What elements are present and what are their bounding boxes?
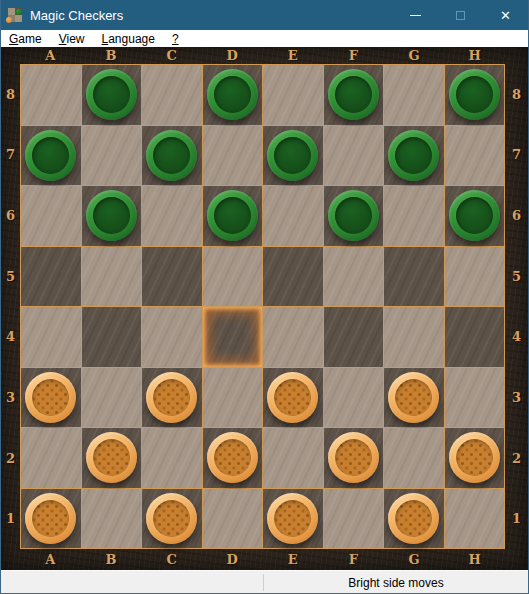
square-a3[interactable] [21,368,81,428]
square-g2[interactable] [384,428,444,488]
file-label-d: D [202,549,263,570]
square-c8[interactable] [142,65,202,125]
checker-dark-b8[interactable] [86,69,137,120]
checker-bright-g3[interactable] [388,372,439,423]
checker-dark-a7[interactable] [25,130,76,181]
file-label-g: G [384,47,445,64]
square-a4[interactable] [21,307,81,367]
square-b4[interactable] [82,307,142,367]
checker-dark-e7[interactable] [267,130,318,181]
menu-help[interactable]: ? [172,32,179,46]
square-d5[interactable] [203,247,263,307]
square-f7[interactable] [324,126,384,186]
rank-label-7: 7 [1,125,20,186]
checker-bright-d2[interactable] [207,432,258,483]
checker-dark-h8[interactable] [449,69,500,120]
checker-bright-c1[interactable] [146,493,197,544]
square-g7[interactable] [384,126,444,186]
file-label-b: B [81,47,142,64]
menu-game[interactable]: Game [9,32,42,46]
checker-dark-f6[interactable] [328,190,379,241]
icon-orange-checker [6,17,12,23]
board-frame: ABCDEFGH ABCDEFGH 87654321 87654321 [1,47,528,570]
file-label-c: C [141,549,202,570]
rank-label-1: 1 [1,488,20,549]
square-b5[interactable] [82,247,142,307]
status-left-pane [1,571,263,594]
app-window: Magic Checkers ✕ GameViewLanguage? ABCDE… [0,0,529,594]
square-h6[interactable] [445,186,505,246]
square-a8[interactable] [21,65,81,125]
checker-bright-c3[interactable] [146,372,197,423]
file-label-a: A [20,549,81,570]
square-h1[interactable] [445,489,505,549]
checker-bright-g1[interactable] [388,493,439,544]
square-h2[interactable] [445,428,505,488]
rank-label-8: 8 [1,64,20,125]
file-label-h: H [444,47,505,64]
square-g5[interactable] [384,247,444,307]
rank-label-4: 4 [1,307,20,368]
square-a2[interactable] [21,428,81,488]
square-a5[interactable] [21,247,81,307]
rank-label-2: 2 [1,428,20,489]
rank-label-3: 3 [1,367,20,428]
checker-dark-f8[interactable] [328,69,379,120]
square-e3[interactable] [263,368,323,428]
square-c6[interactable] [142,186,202,246]
square-c2[interactable] [142,428,202,488]
square-e7[interactable] [263,126,323,186]
square-a6[interactable] [21,186,81,246]
square-d2[interactable] [203,428,263,488]
square-g6[interactable] [384,186,444,246]
square-b6[interactable] [82,186,142,246]
checker-dark-d6[interactable] [207,190,258,241]
square-d7[interactable] [203,126,263,186]
status-bar: Bright side moves [1,570,528,594]
square-b3[interactable] [82,368,142,428]
square-f4[interactable] [324,307,384,367]
square-e1[interactable] [263,489,323,549]
square-g4[interactable] [384,307,444,367]
maximize-button[interactable] [438,0,483,30]
square-a1[interactable] [21,489,81,549]
square-b2[interactable] [82,428,142,488]
checker-dark-g7[interactable] [388,130,439,181]
square-g8[interactable] [384,65,444,125]
file-label-f: F [323,47,384,64]
square-h7[interactable] [445,126,505,186]
checker-bright-a1[interactable] [25,493,76,544]
square-f3[interactable] [324,368,384,428]
square-d8[interactable] [203,65,263,125]
rank-label-2: 2 [505,428,528,489]
checker-bright-e1[interactable] [267,493,318,544]
square-f2[interactable] [324,428,384,488]
rank-label-5: 5 [1,246,20,307]
file-label-a: A [20,47,81,64]
app-icon [8,8,22,22]
square-e5[interactable] [263,247,323,307]
checker-dark-c7[interactable] [146,130,197,181]
square-d4[interactable] [203,307,263,367]
checker-bright-h2[interactable] [449,432,500,483]
file-label-b: B [81,549,142,570]
menu-view[interactable]: View [59,32,85,46]
rank-label-6: 6 [505,185,528,246]
file-label-e: E [263,549,324,570]
close-icon: ✕ [500,9,511,22]
minimize-icon [410,15,421,16]
square-e6[interactable] [263,186,323,246]
square-g1[interactable] [384,489,444,549]
rank-label-5: 5 [505,246,528,307]
checker-dark-d8[interactable] [207,69,258,120]
rank-label-7: 7 [505,125,528,186]
icon-green-checker [16,9,22,15]
window-title: Magic Checkers [30,8,123,23]
rank-labels-left: 87654321 [1,64,20,549]
close-button[interactable]: ✕ [483,0,528,30]
checkers-board [20,64,505,549]
file-label-g: G [384,549,445,570]
file-label-d: D [202,47,263,64]
checker-bright-f2[interactable] [328,432,379,483]
square-f6[interactable] [324,186,384,246]
square-f5[interactable] [324,247,384,307]
file-labels-bottom: ABCDEFGH [20,549,505,570]
square-e2[interactable] [263,428,323,488]
rank-label-6: 6 [1,185,20,246]
square-c3[interactable] [142,368,202,428]
square-c1[interactable] [142,489,202,549]
file-labels-top: ABCDEFGH [20,47,505,64]
square-d3[interactable] [203,368,263,428]
square-e4[interactable] [263,307,323,367]
square-d6[interactable] [203,186,263,246]
square-f1[interactable] [324,489,384,549]
checker-bright-a3[interactable] [25,372,76,423]
square-b8[interactable] [82,65,142,125]
square-a7[interactable] [21,126,81,186]
menu-bar: GameViewLanguage? [1,30,528,47]
checker-bright-e3[interactable] [267,372,318,423]
square-g3[interactable] [384,368,444,428]
square-c5[interactable] [142,247,202,307]
file-label-e: E [263,47,324,64]
square-h8[interactable] [445,65,505,125]
checker-dark-h6[interactable] [449,190,500,241]
menu-language[interactable]: Language [102,32,155,46]
square-f8[interactable] [324,65,384,125]
file-label-h: H [444,549,505,570]
rank-label-1: 1 [505,488,528,549]
checker-dark-b6[interactable] [86,190,137,241]
square-e8[interactable] [263,65,323,125]
maximize-icon [456,11,465,20]
rank-label-8: 8 [505,64,528,125]
square-h4[interactable] [445,307,505,367]
square-b1[interactable] [82,489,142,549]
checker-bright-b2[interactable] [86,432,137,483]
square-c7[interactable] [142,126,202,186]
rank-label-4: 4 [505,307,528,368]
rank-labels-right: 87654321 [505,64,528,549]
square-c4[interactable] [142,307,202,367]
file-label-f: F [323,549,384,570]
square-b7[interactable] [82,126,142,186]
square-d1[interactable] [203,489,263,549]
window-controls: ✕ [393,0,528,30]
status-message: Bright side moves [264,571,528,594]
title-bar: Magic Checkers ✕ [1,0,528,30]
square-h5[interactable] [445,247,505,307]
minimize-button[interactable] [393,0,438,30]
square-h3[interactable] [445,368,505,428]
rank-label-3: 3 [505,367,528,428]
file-label-c: C [141,47,202,64]
